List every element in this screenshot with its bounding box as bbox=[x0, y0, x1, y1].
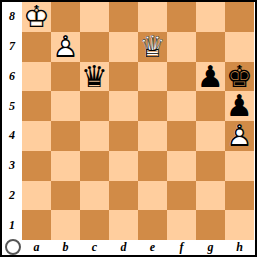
square-a1[interactable] bbox=[22, 210, 51, 240]
piece-glyph: ♚ bbox=[226, 62, 253, 92]
diagram-inner-area: 87654321 ♚♔♟♙♛♕♛♟♚♟♟♙ abcdefgh bbox=[2, 2, 255, 255]
square-h1[interactable] bbox=[225, 210, 254, 240]
square-h6[interactable]: ♚ bbox=[225, 62, 254, 92]
piece-glyph: ♟ bbox=[226, 91, 253, 121]
square-e6[interactable] bbox=[138, 62, 167, 92]
file-label-d: d bbox=[109, 240, 138, 255]
square-d1[interactable] bbox=[109, 210, 138, 240]
black-pawn-icon[interactable]: ♟ bbox=[225, 91, 254, 121]
square-a4[interactable] bbox=[22, 121, 51, 151]
white-pawn-icon[interactable]: ♟♙ bbox=[51, 32, 80, 62]
square-b7[interactable]: ♟♙ bbox=[51, 32, 80, 62]
file-labels: abcdefgh bbox=[22, 240, 254, 255]
square-g4[interactable] bbox=[196, 121, 225, 151]
square-d5[interactable] bbox=[109, 91, 138, 121]
square-a2[interactable] bbox=[22, 181, 51, 211]
square-b5[interactable] bbox=[51, 91, 80, 121]
square-f3[interactable] bbox=[167, 151, 196, 181]
square-a8[interactable]: ♚♔ bbox=[22, 2, 51, 32]
file-label-g: g bbox=[196, 240, 225, 255]
square-g5[interactable] bbox=[196, 91, 225, 121]
square-d6[interactable] bbox=[109, 62, 138, 92]
file-label-c: c bbox=[80, 240, 109, 255]
rank-label-8: 8 bbox=[2, 2, 22, 32]
white-to-move-indicator bbox=[5, 239, 21, 255]
square-b8[interactable] bbox=[51, 2, 80, 32]
chess-diagram: 87654321 ♚♔♟♙♛♕♛♟♚♟♟♙ abcdefgh bbox=[0, 0, 257, 257]
square-g3[interactable] bbox=[196, 151, 225, 181]
square-f7[interactable] bbox=[167, 32, 196, 62]
piece-outline-layer: ♔ bbox=[23, 2, 50, 32]
square-h5[interactable]: ♟ bbox=[225, 91, 254, 121]
square-a6[interactable] bbox=[22, 62, 51, 92]
file-label-h: h bbox=[225, 240, 254, 255]
square-a7[interactable] bbox=[22, 32, 51, 62]
square-e7[interactable]: ♛♕ bbox=[138, 32, 167, 62]
piece-outline-layer: ♙ bbox=[226, 121, 253, 151]
black-pawn-icon[interactable]: ♟ bbox=[196, 62, 225, 92]
square-g1[interactable] bbox=[196, 210, 225, 240]
file-label-e: e bbox=[138, 240, 167, 255]
square-b6[interactable] bbox=[51, 62, 80, 92]
square-h4[interactable]: ♟♙ bbox=[225, 121, 254, 151]
square-c2[interactable] bbox=[80, 181, 109, 211]
square-c8[interactable] bbox=[80, 2, 109, 32]
square-c7[interactable] bbox=[80, 32, 109, 62]
square-h8[interactable] bbox=[225, 2, 254, 32]
piece-outline-layer: ♙ bbox=[52, 32, 79, 62]
square-b1[interactable] bbox=[51, 210, 80, 240]
square-c6[interactable]: ♛ bbox=[80, 62, 109, 92]
square-d2[interactable] bbox=[109, 181, 138, 211]
square-a3[interactable] bbox=[22, 151, 51, 181]
square-h2[interactable] bbox=[225, 181, 254, 211]
square-d3[interactable] bbox=[109, 151, 138, 181]
square-b3[interactable] bbox=[51, 151, 80, 181]
square-f2[interactable] bbox=[167, 181, 196, 211]
rank-label-6: 6 bbox=[2, 62, 22, 92]
rank-label-5: 5 bbox=[2, 91, 22, 121]
square-d8[interactable] bbox=[109, 2, 138, 32]
white-king-icon[interactable]: ♚♔ bbox=[22, 2, 51, 32]
file-label-b: b bbox=[51, 240, 80, 255]
piece-glyph: ♟ bbox=[197, 62, 224, 92]
rank-labels: 87654321 bbox=[2, 2, 22, 240]
square-e4[interactable] bbox=[138, 121, 167, 151]
square-e8[interactable] bbox=[138, 2, 167, 32]
square-c1[interactable] bbox=[80, 210, 109, 240]
black-king-icon[interactable]: ♚ bbox=[225, 62, 254, 92]
chess-board[interactable]: ♚♔♟♙♛♕♛♟♚♟♟♙ bbox=[22, 2, 254, 240]
rank-label-3: 3 bbox=[2, 151, 22, 181]
square-e1[interactable] bbox=[138, 210, 167, 240]
file-label-f: f bbox=[167, 240, 196, 255]
square-g2[interactable] bbox=[196, 181, 225, 211]
square-g6[interactable]: ♟ bbox=[196, 62, 225, 92]
square-h3[interactable] bbox=[225, 151, 254, 181]
square-e3[interactable] bbox=[138, 151, 167, 181]
square-g8[interactable] bbox=[196, 2, 225, 32]
square-f8[interactable] bbox=[167, 2, 196, 32]
black-queen-icon[interactable]: ♛ bbox=[80, 62, 109, 92]
square-c3[interactable] bbox=[80, 151, 109, 181]
square-f1[interactable] bbox=[167, 210, 196, 240]
square-a5[interactable] bbox=[22, 91, 51, 121]
square-f6[interactable] bbox=[167, 62, 196, 92]
square-c5[interactable] bbox=[80, 91, 109, 121]
square-f4[interactable] bbox=[167, 121, 196, 151]
square-b2[interactable] bbox=[51, 181, 80, 211]
rank-label-7: 7 bbox=[2, 32, 22, 62]
square-h7[interactable] bbox=[225, 32, 254, 62]
square-d4[interactable] bbox=[109, 121, 138, 151]
square-e5[interactable] bbox=[138, 91, 167, 121]
white-queen-icon[interactable]: ♛♕ bbox=[138, 32, 167, 62]
square-e2[interactable] bbox=[138, 181, 167, 211]
square-d7[interactable] bbox=[109, 32, 138, 62]
file-label-a: a bbox=[22, 240, 51, 255]
square-g7[interactable] bbox=[196, 32, 225, 62]
piece-glyph: ♛ bbox=[81, 62, 108, 92]
piece-outline-layer: ♕ bbox=[139, 32, 166, 62]
rank-label-2: 2 bbox=[2, 181, 22, 211]
white-pawn-icon[interactable]: ♟♙ bbox=[225, 121, 254, 151]
square-b4[interactable] bbox=[51, 121, 80, 151]
rank-label-4: 4 bbox=[2, 121, 22, 151]
rank-label-1: 1 bbox=[2, 210, 22, 240]
square-c4[interactable] bbox=[80, 121, 109, 151]
square-f5[interactable] bbox=[167, 91, 196, 121]
